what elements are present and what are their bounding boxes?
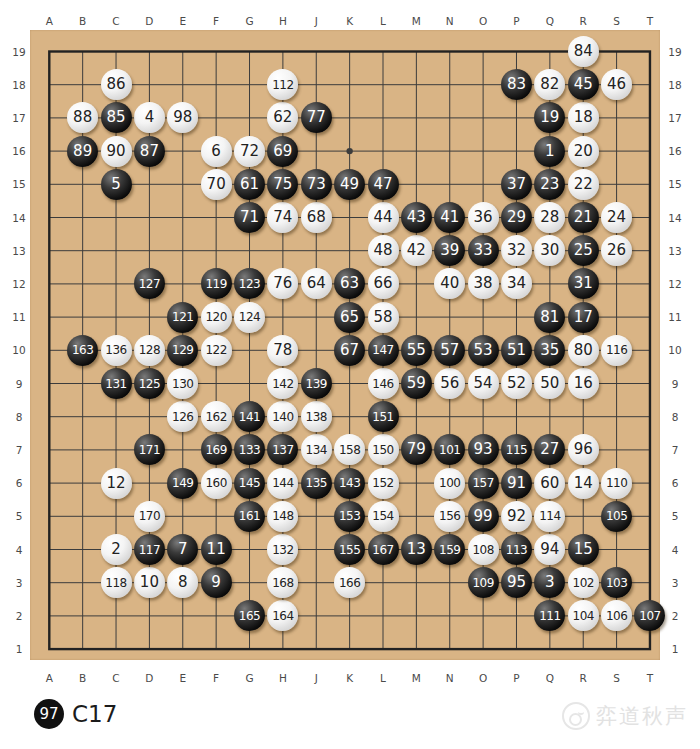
stone-124-G11: 124	[234, 302, 265, 333]
coordinate-label: G	[245, 15, 253, 26]
go-diagram: ABCDEFGHJKLMNOPQRST ABCDEFGHJKLMNOPQRST …	[0, 0, 700, 749]
stone-number: 162	[205, 411, 226, 423]
caption-move-number: 97	[39, 705, 58, 723]
stone-number: 34	[507, 276, 526, 291]
stone-number: 65	[340, 310, 359, 325]
coordinate-label: 1	[672, 644, 679, 655]
stone-18-R17: 18	[568, 102, 599, 133]
stone-number: 24	[607, 210, 626, 225]
stone-number: 157	[472, 477, 493, 489]
stone-162-F8: 162	[201, 401, 232, 432]
stone-number: 141	[239, 411, 260, 423]
stone-number: 120	[205, 311, 226, 323]
stone-number: 59	[407, 376, 426, 391]
stone-64-J12: 64	[301, 268, 332, 299]
stone-number: 35	[540, 343, 559, 358]
stone-number: 76	[273, 276, 292, 291]
stone-70-F15: 70	[201, 169, 232, 200]
stone-number: 44	[373, 210, 392, 225]
stone-31-R12: 31	[568, 268, 599, 299]
coordinate-label: 7	[672, 445, 679, 456]
stone-number: 113	[506, 544, 527, 556]
coordinate-label: 6	[16, 478, 23, 489]
stone-143-K6: 143	[334, 468, 365, 499]
stone-120-F11: 120	[201, 302, 232, 333]
watermark-logo-icon	[562, 702, 590, 730]
coordinate-label: 18	[668, 79, 681, 90]
stone-144-H6: 144	[267, 468, 298, 499]
stone-number: 70	[207, 177, 226, 192]
coordinate-label: S	[613, 672, 620, 683]
stone-number: 25	[574, 243, 593, 258]
coordinate-label: 16	[668, 146, 681, 157]
stone-number: 105	[606, 510, 627, 522]
coordinate-label: B	[79, 15, 86, 26]
stone-141-G8: 141	[234, 401, 265, 432]
stone-57-N10: 57	[434, 335, 465, 366]
stone-83-P18: 83	[501, 69, 532, 100]
stone-number: 92	[507, 509, 526, 524]
stone-73-J15: 73	[301, 169, 332, 200]
stone-6-F16: 6	[201, 136, 232, 167]
coordinate-label: 8	[16, 411, 23, 422]
stone-number: 111	[539, 610, 560, 622]
coordinate-label: M	[412, 672, 421, 683]
stone-number: 56	[440, 376, 459, 391]
stone-number: 138	[306, 411, 327, 423]
coordinate-label: R	[580, 15, 587, 26]
stone-25-R13: 25	[568, 235, 599, 266]
stone-number: 61	[240, 177, 259, 192]
stone-number: 163	[72, 344, 93, 356]
stone-number: 28	[540, 210, 559, 225]
stone-number: 131	[105, 378, 126, 390]
stone-number: 124	[239, 311, 260, 323]
coordinate-label: M	[412, 15, 421, 26]
stone-number: 118	[105, 577, 126, 589]
stone-24-S14: 24	[601, 202, 632, 233]
stone-number: 114	[539, 510, 560, 522]
stone-number: 8	[178, 575, 188, 590]
coordinate-label: 9	[672, 378, 679, 389]
coordinate-label: 9	[16, 378, 23, 389]
coordinate-label: 4	[672, 544, 679, 555]
coordinate-label: 19	[12, 46, 25, 57]
stone-93-O7: 93	[468, 434, 499, 465]
stone-number: 80	[574, 343, 593, 358]
stone-169-F7: 169	[201, 434, 232, 465]
stone-157-O6: 157	[468, 468, 499, 499]
stone-number: 62	[273, 110, 292, 125]
stone-149-E6: 149	[167, 468, 198, 499]
coordinate-label: K	[346, 15, 353, 26]
stone-number: 170	[139, 510, 160, 522]
stone-number: 38	[474, 276, 493, 291]
stone-number: 86	[106, 77, 125, 92]
stone-number: 73	[307, 177, 326, 192]
coordinate-label: 12	[668, 279, 681, 290]
coordinate-label: N	[446, 672, 454, 683]
stone-number: 95	[507, 575, 526, 590]
stone-number: 57	[440, 343, 459, 358]
stone-number: 140	[272, 411, 293, 423]
stone-154-L5: 154	[368, 501, 399, 532]
stone-number: 10	[140, 575, 159, 590]
stone-number: 12	[106, 476, 125, 491]
stone-number: 96	[574, 442, 593, 457]
stone-number: 147	[372, 344, 393, 356]
stone-number: 1	[545, 144, 555, 159]
stone-99-O5: 99	[468, 501, 499, 532]
stone-number: 116	[606, 344, 627, 356]
stone-number: 91	[507, 476, 526, 491]
coordinate-label: T	[647, 15, 653, 26]
stone-number: 78	[273, 343, 292, 358]
stone-152-L6: 152	[368, 468, 399, 499]
stone-13-M4: 13	[401, 534, 432, 565]
stone-38-O12: 38	[468, 268, 499, 299]
stone-55-M10: 55	[401, 335, 432, 366]
stone-number: 43	[407, 210, 426, 225]
stone-number: 127	[139, 278, 160, 290]
stone-number: 48	[373, 243, 392, 258]
stone-108-O4: 108	[468, 534, 499, 565]
coordinate-label: Q	[546, 672, 554, 683]
stone-84-R19: 84	[568, 36, 599, 67]
stone-51-P10: 51	[501, 335, 532, 366]
coordinate-label: 5	[16, 511, 23, 522]
stone-134-J7: 134	[301, 434, 332, 465]
stone-128-D10: 128	[134, 335, 165, 366]
stone-32-P13: 32	[501, 235, 532, 266]
stone-number: 53	[474, 343, 493, 358]
stone-number: 27	[540, 442, 559, 457]
coordinate-label: R	[580, 672, 587, 683]
stone-number: 98	[173, 110, 192, 125]
stone-86-C18: 86	[101, 69, 132, 100]
stone-number: 23	[540, 177, 559, 192]
coordinate-label: 2	[16, 611, 23, 622]
stone-number: 36	[474, 210, 493, 225]
stone-147-L10: 147	[368, 335, 399, 366]
coordinate-label: C	[112, 15, 119, 26]
coordinate-label: 13	[12, 245, 25, 256]
stone-16-R9: 16	[568, 368, 599, 399]
stone-number: 109	[472, 577, 493, 589]
stone-87-D16: 87	[134, 136, 165, 167]
stone-59-M9: 59	[401, 368, 432, 399]
stone-96-R7: 96	[568, 434, 599, 465]
stone-156-N5: 156	[434, 501, 465, 532]
stone-11-F4: 11	[201, 534, 232, 565]
stone-110-S6: 110	[601, 468, 632, 499]
stone-29-P14: 29	[501, 202, 532, 233]
stone-number: 83	[507, 77, 526, 92]
stone-36-O14: 36	[468, 202, 499, 233]
stone-number: 122	[205, 344, 226, 356]
coordinate-label: 14	[12, 212, 25, 223]
stone-91-P6: 91	[501, 468, 532, 499]
stone-number: 133	[239, 444, 260, 456]
stone-85-C17: 85	[101, 102, 132, 133]
stone-122-F10: 122	[201, 335, 232, 366]
coordinate-label: A	[46, 15, 53, 26]
stone-138-J8: 138	[301, 401, 332, 432]
stone-number: 93	[474, 442, 493, 457]
stone-number: 64	[307, 276, 326, 291]
stone-number: 9	[211, 575, 221, 590]
stone-146-L9: 146	[368, 368, 399, 399]
stone-number: 13	[407, 542, 426, 557]
stone-number: 115	[506, 444, 527, 456]
coordinate-label: 1	[16, 644, 23, 655]
stone-153-K5: 153	[334, 501, 365, 532]
stone-number: 32	[507, 243, 526, 258]
last-move-caption: 97 C17	[34, 698, 117, 730]
stone-number: 112	[272, 79, 293, 91]
stone-number: 152	[372, 477, 393, 489]
stone-number: 39	[440, 243, 459, 258]
stone-number: 85	[106, 110, 125, 125]
coordinate-label: L	[380, 672, 386, 683]
stone-number: 126	[172, 411, 193, 423]
stone-number: 108	[472, 544, 493, 556]
stone-135-J6: 135	[301, 468, 332, 499]
stone-number: 167	[372, 544, 393, 556]
stone-number: 40	[440, 276, 459, 291]
coordinate-label: 6	[672, 478, 679, 489]
stone-number: 123	[239, 278, 260, 290]
stone-number: 47	[373, 177, 392, 192]
coordinate-label: 10	[12, 345, 25, 356]
stone-number: 164	[272, 610, 293, 622]
coordinate-label: 3	[672, 577, 679, 588]
stone-number: 26	[607, 243, 626, 258]
stone-number: 50	[540, 376, 559, 391]
stone-number: 99	[474, 509, 493, 524]
coordinate-label: D	[145, 672, 153, 683]
stone-number: 119	[205, 278, 226, 290]
coordinate-label: 13	[668, 245, 681, 256]
coordinate-label: A	[46, 672, 53, 683]
stone-number: 101	[439, 444, 460, 456]
stone-10-D3: 10	[134, 567, 165, 598]
stone-116-S10: 116	[601, 335, 632, 366]
coordinate-label: 7	[16, 445, 23, 456]
stone-number: 67	[340, 343, 359, 358]
stone-12-C6: 12	[101, 468, 132, 499]
coordinate-label: N	[446, 15, 454, 26]
stone-number: 82	[540, 77, 559, 92]
stone-151-L8: 151	[368, 401, 399, 432]
coordinate-label: O	[479, 672, 487, 683]
coordinate-label: 17	[668, 113, 681, 124]
stone-118-C3: 118	[101, 567, 132, 598]
stone-number: 66	[373, 276, 392, 291]
stone-number: 11	[207, 542, 226, 557]
coordinate-label: 5	[672, 511, 679, 522]
stone-number: 21	[574, 210, 593, 225]
coordinate-label: 15	[668, 179, 681, 190]
stone-77-J17: 77	[301, 102, 332, 133]
stone-number: 148	[272, 510, 293, 522]
stone-number: 102	[573, 577, 594, 589]
stone-number: 160	[205, 477, 226, 489]
coordinate-label: C	[112, 672, 119, 683]
stone-number: 4	[145, 110, 155, 125]
stone-163-B10: 163	[67, 335, 98, 366]
stone-1-Q16: 1	[534, 136, 565, 167]
stone-number: 29	[507, 210, 526, 225]
stone-number: 6	[211, 144, 221, 159]
stone-53-O10: 53	[468, 335, 499, 366]
stone-33-O13: 33	[468, 235, 499, 266]
stone-number: 139	[306, 378, 327, 390]
stone-number: 17	[574, 310, 593, 325]
stone-14-R6: 14	[568, 468, 599, 499]
coordinate-label: 2	[672, 611, 679, 622]
coordinate-label: H	[279, 15, 287, 26]
stone-number: 94	[540, 542, 559, 557]
coordinate-label: O	[479, 15, 487, 26]
stone-60-Q6: 60	[534, 468, 565, 499]
stone-number: 2	[111, 542, 121, 557]
stone-number: 171	[139, 444, 160, 456]
coordinate-label: E	[179, 15, 186, 26]
stone-number: 143	[339, 477, 360, 489]
coordinate-label: 3	[16, 577, 23, 588]
stone-66-L12: 66	[368, 268, 399, 299]
coordinate-label: H	[279, 672, 287, 683]
coordinate-label: K	[346, 672, 353, 683]
stone-161-G5: 161	[234, 501, 265, 532]
coordinate-label: 10	[668, 345, 681, 356]
stone-number: 37	[507, 177, 526, 192]
stone-number: 90	[106, 144, 125, 159]
stone-number: 159	[439, 544, 460, 556]
coordinate-label: 17	[12, 113, 25, 124]
stone-number: 150	[372, 444, 393, 456]
stone-119-F12: 119	[201, 268, 232, 299]
stone-number: 125	[139, 378, 160, 390]
stone-113-P4: 113	[501, 534, 532, 565]
stone-number: 161	[239, 510, 260, 522]
coordinate-label: D	[145, 15, 153, 26]
stone-number: 31	[574, 276, 593, 291]
stone-number: 87	[140, 144, 159, 159]
stone-number: 145	[239, 477, 260, 489]
stone-number: 20	[574, 144, 593, 159]
coordinate-label: G	[245, 672, 253, 683]
stone-67-K10: 67	[334, 335, 365, 366]
coordinate-label: 12	[12, 279, 25, 290]
stone-80-R10: 80	[568, 335, 599, 366]
coordinate-label: S	[613, 15, 620, 26]
stone-number: 169	[205, 444, 226, 456]
stone-number: 156	[439, 510, 460, 522]
stone-17-R11: 17	[568, 302, 599, 333]
stone-92-P5: 92	[501, 501, 532, 532]
coordinate-label: 18	[12, 79, 25, 90]
stone-95-P3: 95	[501, 567, 532, 598]
stone-2-C4: 2	[101, 534, 132, 565]
stone-number: 55	[407, 343, 426, 358]
stone-number: 18	[574, 110, 593, 125]
stone-145-G6: 145	[234, 468, 265, 499]
stone-number: 81	[540, 310, 559, 325]
stone-number: 14	[574, 476, 593, 491]
stone-number: 41	[440, 210, 459, 225]
stone-number: 158	[339, 444, 360, 456]
coordinate-label: L	[380, 15, 386, 26]
stone-47-L15: 47	[368, 169, 399, 200]
stone-131-C9: 131	[101, 368, 132, 399]
coordinate-label: P	[513, 672, 519, 683]
stone-69-H16: 69	[267, 136, 298, 167]
stone-number: 5	[111, 177, 121, 192]
stone-number: 130	[172, 378, 193, 390]
stone-number: 3	[545, 575, 555, 590]
stone-65-K11: 65	[334, 302, 365, 333]
stone-121-E11: 121	[167, 302, 198, 333]
coordinate-label: 11	[12, 312, 25, 323]
stone-136-C10: 136	[101, 335, 132, 366]
stone-number: 84	[574, 44, 593, 59]
stone-54-O9: 54	[468, 368, 499, 399]
stone-number: 137	[272, 444, 293, 456]
stone-number: 107	[639, 610, 660, 622]
stone-61-G15: 61	[234, 169, 265, 200]
stone-number: 19	[540, 110, 559, 125]
stone-71-G14: 71	[234, 202, 265, 233]
stone-167-L4: 167	[368, 534, 399, 565]
stone-number: 45	[574, 77, 593, 92]
stone-48-L13: 48	[368, 235, 399, 266]
stone-22-R15: 22	[568, 169, 599, 200]
stone-78-H10: 78	[267, 335, 298, 366]
watermark-text: 弈道秋声	[596, 702, 688, 730]
stone-number: 149	[172, 477, 193, 489]
stone-37-P15: 37	[501, 169, 532, 200]
coordinate-label: 8	[672, 411, 679, 422]
stone-number: 135	[306, 477, 327, 489]
stone-number: 104	[573, 610, 594, 622]
coordinate-label: E	[179, 672, 186, 683]
stone-number: 7	[178, 542, 188, 557]
stone-number: 49	[340, 177, 359, 192]
stone-number: 129	[172, 344, 193, 356]
coordinate-label: J	[315, 15, 318, 26]
stone-148-H5: 148	[267, 501, 298, 532]
stone-9-F3: 9	[201, 567, 232, 598]
coordinate-label: J	[315, 672, 318, 683]
stone-number: 134	[306, 444, 327, 456]
stone-number: 63	[340, 276, 359, 291]
stone-number: 52	[507, 376, 526, 391]
stone-105-S5: 105	[601, 501, 632, 532]
stone-number: 144	[272, 477, 293, 489]
stone-number: 15	[574, 542, 593, 557]
watermark: 弈道秋声	[562, 702, 688, 730]
stone-58-L11: 58	[368, 302, 399, 333]
stone-number: 72	[240, 144, 259, 159]
stone-21-R14: 21	[568, 202, 599, 233]
stone-129-E10: 129	[167, 335, 198, 366]
stone-20-R16: 20	[568, 136, 599, 167]
stone-number: 30	[540, 243, 559, 258]
stone-114-Q5: 114	[534, 501, 565, 532]
stone-number: 77	[307, 110, 326, 125]
